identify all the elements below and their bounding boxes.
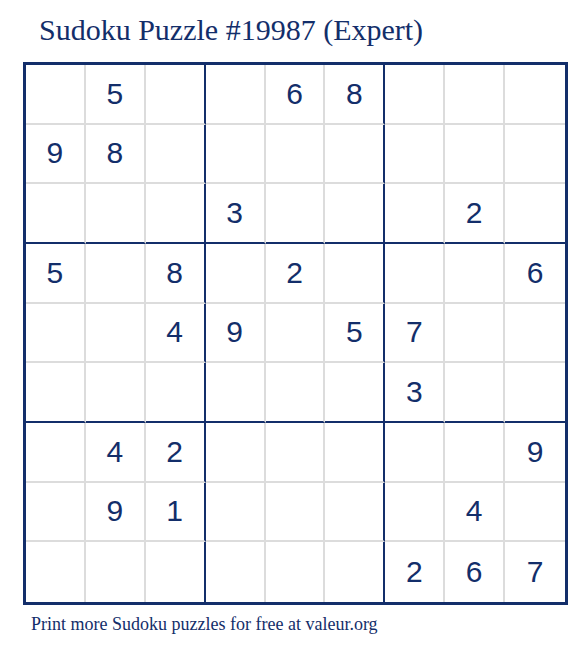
cell-r6c9 [505,363,565,423]
cell-r1c4 [206,65,266,125]
cell-r5c8 [445,304,505,364]
cell-r6c3 [146,363,206,423]
cell-r4c3: 8 [146,244,206,304]
cell-r3c4: 3 [206,184,266,244]
cell-r1c7 [385,65,445,125]
cell-r2c9 [505,125,565,185]
cell-r8c8: 4 [445,483,505,543]
cell-r1c5: 6 [266,65,326,125]
cell-r3c7 [385,184,445,244]
cell-r2c6 [325,125,385,185]
cell-r3c2 [86,184,146,244]
cell-r9c3 [146,542,206,602]
cell-r6c4 [206,363,266,423]
cell-r9c1 [26,542,86,602]
cell-r9c6 [325,542,385,602]
cell-r5c7: 7 [385,304,445,364]
cell-r4c6 [325,244,385,304]
cell-r3c3 [146,184,206,244]
cell-r8c9 [505,483,565,543]
sudoku-board: 5689832582649573429914267 [23,62,568,605]
cell-r3c8: 2 [445,184,505,244]
cell-r6c1 [26,363,86,423]
cell-r8c7 [385,483,445,543]
cell-r5c2 [86,304,146,364]
cell-r3c6 [325,184,385,244]
cell-r2c5 [266,125,326,185]
cell-r9c8: 6 [445,542,505,602]
cell-r1c2: 5 [86,65,146,125]
cell-r6c5 [266,363,326,423]
cell-r2c4 [206,125,266,185]
cell-r9c7: 2 [385,542,445,602]
cell-r8c6 [325,483,385,543]
cell-r6c7: 3 [385,363,445,423]
cell-r1c3 [146,65,206,125]
cell-r6c8 [445,363,505,423]
cell-r7c7 [385,423,445,483]
cell-r1c8 [445,65,505,125]
cell-r8c5 [266,483,326,543]
cell-r4c4 [206,244,266,304]
cell-r5c1 [26,304,86,364]
page-title: Sudoku Puzzle #19987 (Expert) [39,12,423,48]
footer-text: Print more Sudoku puzzles for free at va… [31,614,378,635]
cell-r2c8 [445,125,505,185]
cell-r7c3: 2 [146,423,206,483]
cell-r7c9: 9 [505,423,565,483]
cell-r2c2: 8 [86,125,146,185]
cell-r9c2 [86,542,146,602]
cell-r8c3: 1 [146,483,206,543]
cell-r5c6: 5 [325,304,385,364]
cell-r4c7 [385,244,445,304]
cell-r6c2 [86,363,146,423]
cell-r5c3: 4 [146,304,206,364]
sudoku-page: Sudoku Puzzle #19987 (Expert) 5689832582… [0,0,580,651]
cell-r5c5 [266,304,326,364]
cell-r9c5 [266,542,326,602]
cell-r5c4: 9 [206,304,266,364]
cell-r2c1: 9 [26,125,86,185]
cell-r1c1 [26,65,86,125]
cell-r7c4 [206,423,266,483]
cell-r7c2: 4 [86,423,146,483]
cell-r3c1 [26,184,86,244]
cell-r8c2: 9 [86,483,146,543]
cell-r9c4 [206,542,266,602]
cell-r7c6 [325,423,385,483]
cell-r3c5 [266,184,326,244]
cell-r2c3 [146,125,206,185]
cell-r5c9 [505,304,565,364]
cell-r9c9: 7 [505,542,565,602]
cell-r6c6 [325,363,385,423]
cell-r4c2 [86,244,146,304]
cell-r7c1 [26,423,86,483]
cell-r7c5 [266,423,326,483]
cell-r1c6: 8 [325,65,385,125]
cell-r7c8 [445,423,505,483]
cell-r4c9: 6 [505,244,565,304]
cell-r8c1 [26,483,86,543]
cell-r3c9 [505,184,565,244]
cell-r1c9 [505,65,565,125]
cell-r8c4 [206,483,266,543]
cell-r4c1: 5 [26,244,86,304]
cell-r4c8 [445,244,505,304]
cell-r2c7 [385,125,445,185]
cell-r4c5: 2 [266,244,326,304]
